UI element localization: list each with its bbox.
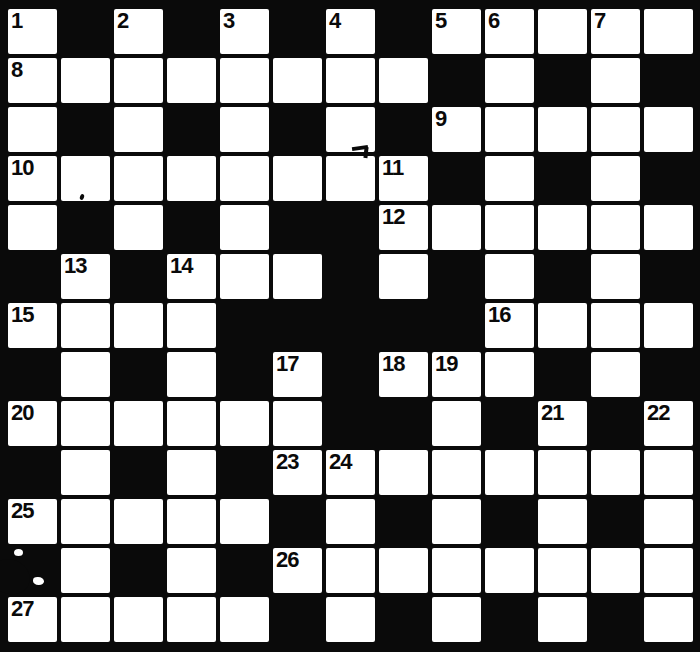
cell-r8-c1[interactable] xyxy=(61,401,110,446)
cell-r12-c11 xyxy=(591,597,640,642)
cell-r6-c9[interactable]: 16 xyxy=(485,303,534,348)
cell-r9-c1[interactable] xyxy=(61,450,110,495)
cell-r8-c5[interactable] xyxy=(273,401,322,446)
cell-r0-c6[interactable]: 4 xyxy=(326,9,375,54)
cell-r6-c4 xyxy=(220,303,269,348)
cell-r11-c12[interactable] xyxy=(644,548,693,593)
clue-number-16: 16 xyxy=(488,303,510,326)
cell-r3-c6[interactable] xyxy=(326,156,375,201)
cell-r4-c9[interactable] xyxy=(485,205,534,250)
cell-r7-c9[interactable] xyxy=(485,352,534,397)
cell-r5-c4[interactable] xyxy=(220,254,269,299)
cell-r7-c12 xyxy=(644,352,693,397)
cell-r2-c0[interactable] xyxy=(8,107,57,152)
cell-r9-c3[interactable] xyxy=(167,450,216,495)
clue-number-12: 12 xyxy=(382,205,404,228)
cell-r2-c10[interactable] xyxy=(538,107,587,152)
cell-r12-c12[interactable] xyxy=(644,597,693,642)
cell-r6-c0[interactable]: 15 xyxy=(8,303,57,348)
clue-number-7: 7 xyxy=(594,9,605,32)
cell-r12-c7 xyxy=(379,597,428,642)
cell-r9-c2 xyxy=(114,450,163,495)
cell-r2-c11[interactable] xyxy=(591,107,640,152)
cell-r1-c7[interactable] xyxy=(379,58,428,103)
cell-r8-c2[interactable] xyxy=(114,401,163,446)
cell-r10-c12[interactable] xyxy=(644,499,693,544)
clue-number-18: 18 xyxy=(382,352,404,375)
cell-r12-c6[interactable] xyxy=(326,597,375,642)
cell-r0-c12[interactable] xyxy=(644,9,693,54)
cell-r2-c12[interactable] xyxy=(644,107,693,152)
cell-r3-c12 xyxy=(644,156,693,201)
cell-r7-c7[interactable]: 18 xyxy=(379,352,428,397)
cell-r7-c10 xyxy=(538,352,587,397)
clue-number-27: 27 xyxy=(11,597,33,620)
cell-r9-c4 xyxy=(220,450,269,495)
cell-r11-c6[interactable] xyxy=(326,548,375,593)
cell-r2-c3 xyxy=(167,107,216,152)
cell-r10-c9 xyxy=(485,499,534,544)
cell-r8-c7 xyxy=(379,401,428,446)
clue-number-11: 11 xyxy=(382,156,403,179)
clue-number-22: 22 xyxy=(647,401,669,424)
cell-r9-c6[interactable]: 24 xyxy=(326,450,375,495)
cell-r0-c1 xyxy=(61,9,110,54)
cell-r8-c6 xyxy=(326,401,375,446)
cell-r8-c3[interactable] xyxy=(167,401,216,446)
cell-r7-c8[interactable]: 19 xyxy=(432,352,481,397)
cell-r10-c0[interactable]: 25 xyxy=(8,499,57,544)
clue-number-14: 14 xyxy=(170,254,192,277)
clue-number-20: 20 xyxy=(11,401,33,424)
cell-r2-c4[interactable] xyxy=(220,107,269,152)
crossword-grid: 1234567891011121314151617181920212223242… xyxy=(0,0,700,652)
cell-r5-c3[interactable]: 14 xyxy=(167,254,216,299)
cell-r0-c2[interactable]: 2 xyxy=(114,9,163,54)
cell-r9-c12[interactable] xyxy=(644,450,693,495)
cell-r11-c8[interactable] xyxy=(432,548,481,593)
clue-number-2: 2 xyxy=(117,9,128,32)
cell-r6-c10[interactable] xyxy=(538,303,587,348)
cell-r10-c4[interactable] xyxy=(220,499,269,544)
clue-number-26: 26 xyxy=(276,548,298,571)
cell-r12-c0[interactable]: 27 xyxy=(8,597,57,642)
cell-r0-c5 xyxy=(273,9,322,54)
cell-r0-c7 xyxy=(379,9,428,54)
cell-r3-c7[interactable]: 11 xyxy=(379,156,428,201)
cell-r7-c2 xyxy=(114,352,163,397)
cell-r1-c1[interactable] xyxy=(61,58,110,103)
cell-r1-c0[interactable]: 8 xyxy=(8,58,57,103)
cell-r6-c8 xyxy=(432,303,481,348)
cell-r8-c10[interactable]: 21 xyxy=(538,401,587,446)
cell-r4-c1 xyxy=(61,205,110,250)
cell-r9-c10[interactable] xyxy=(538,450,587,495)
cell-r1-c2[interactable] xyxy=(114,58,163,103)
cell-r11-c7[interactable] xyxy=(379,548,428,593)
cell-r1-c10 xyxy=(538,58,587,103)
cell-r6-c3[interactable] xyxy=(167,303,216,348)
clue-number-17: 17 xyxy=(276,352,298,375)
cell-r0-c11[interactable]: 7 xyxy=(591,9,640,54)
cell-r4-c2[interactable] xyxy=(114,205,163,250)
cell-r12-c10[interactable] xyxy=(538,597,587,642)
cell-r4-c11[interactable] xyxy=(591,205,640,250)
cell-r6-c2[interactable] xyxy=(114,303,163,348)
clue-number-21: 21 xyxy=(541,401,563,424)
cell-r9-c5[interactable]: 23 xyxy=(273,450,322,495)
cell-r7-c11[interactable] xyxy=(591,352,640,397)
cell-r5-c11[interactable] xyxy=(591,254,640,299)
cell-r5-c8 xyxy=(432,254,481,299)
cell-r8-c0[interactable]: 20 xyxy=(8,401,57,446)
cell-r5-c12 xyxy=(644,254,693,299)
cell-r11-c2 xyxy=(114,548,163,593)
cell-r7-c3[interactable] xyxy=(167,352,216,397)
cell-r4-c8[interactable] xyxy=(432,205,481,250)
cell-r3-c3[interactable] xyxy=(167,156,216,201)
cell-r3-c8 xyxy=(432,156,481,201)
cell-r4-c4[interactable] xyxy=(220,205,269,250)
cell-r6-c7 xyxy=(379,303,428,348)
cell-r3-c2[interactable] xyxy=(114,156,163,201)
cell-r11-c9[interactable] xyxy=(485,548,534,593)
cell-r9-c0 xyxy=(8,450,57,495)
cell-r10-c5 xyxy=(273,499,322,544)
cell-r2-c9[interactable] xyxy=(485,107,534,152)
cell-r10-c3[interactable] xyxy=(167,499,216,544)
cell-r11-c4 xyxy=(220,548,269,593)
cell-r8-c4[interactable] xyxy=(220,401,269,446)
cell-r10-c11 xyxy=(591,499,640,544)
cell-r11-c11[interactable] xyxy=(591,548,640,593)
cell-r11-c10[interactable] xyxy=(538,548,587,593)
cell-r9-c9[interactable] xyxy=(485,450,534,495)
cell-r0-c3 xyxy=(167,9,216,54)
cell-r2-c1 xyxy=(61,107,110,152)
cell-r0-c9[interactable]: 6 xyxy=(485,9,534,54)
cell-r2-c5 xyxy=(273,107,322,152)
cell-r12-c2[interactable] xyxy=(114,597,163,642)
cell-r12-c9 xyxy=(485,597,534,642)
cell-r7-c4 xyxy=(220,352,269,397)
cell-r3-c0[interactable]: 10 xyxy=(8,156,57,201)
clue-number-23: 23 xyxy=(276,450,298,473)
clue-number-1: 1 xyxy=(11,9,22,32)
cell-r12-c4[interactable] xyxy=(220,597,269,642)
cell-r1-c5[interactable] xyxy=(273,58,322,103)
cell-r7-c5[interactable]: 17 xyxy=(273,352,322,397)
cell-r0-c4[interactable]: 3 xyxy=(220,9,269,54)
cell-r1-c8 xyxy=(432,58,481,103)
cell-r8-c8[interactable] xyxy=(432,401,481,446)
cell-r3-c5[interactable] xyxy=(273,156,322,201)
cell-r12-c1[interactable] xyxy=(61,597,110,642)
cell-r0-c8[interactable]: 5 xyxy=(432,9,481,54)
cell-r9-c11[interactable] xyxy=(591,450,640,495)
cell-r4-c5 xyxy=(273,205,322,250)
clue-number-6: 6 xyxy=(488,9,499,32)
clue-number-9: 9 xyxy=(435,107,446,130)
cell-r4-c12[interactable] xyxy=(644,205,693,250)
cell-r4-c0[interactable] xyxy=(8,205,57,250)
cell-r10-c2[interactable] xyxy=(114,499,163,544)
clue-number-10: 10 xyxy=(11,156,33,179)
cell-r7-c1[interactable] xyxy=(61,352,110,397)
cell-r4-c3 xyxy=(167,205,216,250)
cell-r7-c6 xyxy=(326,352,375,397)
cell-r6-c1[interactable] xyxy=(61,303,110,348)
cell-r6-c5 xyxy=(273,303,322,348)
cell-r10-c7 xyxy=(379,499,428,544)
cell-r11-c3[interactable] xyxy=(167,548,216,593)
cell-r8-c11 xyxy=(591,401,640,446)
cell-r5-c2 xyxy=(114,254,163,299)
cell-r8-c9 xyxy=(485,401,534,446)
clue-number-8: 8 xyxy=(11,58,22,81)
cell-r5-c10 xyxy=(538,254,587,299)
cell-r9-c7[interactable] xyxy=(379,450,428,495)
cell-r1-c6[interactable] xyxy=(326,58,375,103)
clue-number-13: 13 xyxy=(64,254,86,277)
cell-r3-c4[interactable] xyxy=(220,156,269,201)
cell-r9-c8[interactable] xyxy=(432,450,481,495)
cell-r5-c1[interactable]: 13 xyxy=(61,254,110,299)
clue-number-15: 15 xyxy=(11,303,33,326)
cell-r3-c10 xyxy=(538,156,587,201)
cell-r5-c5[interactable] xyxy=(273,254,322,299)
cell-r10-c10[interactable] xyxy=(538,499,587,544)
cell-r4-c7[interactable]: 12 xyxy=(379,205,428,250)
cell-r1-c4[interactable] xyxy=(220,58,269,103)
clue-number-3: 3 xyxy=(223,9,234,32)
cell-r10-c6[interactable] xyxy=(326,499,375,544)
cell-r10-c1[interactable] xyxy=(61,499,110,544)
cell-r1-c11[interactable] xyxy=(591,58,640,103)
cell-r2-c6[interactable] xyxy=(326,107,375,152)
cell-r6-c12[interactable] xyxy=(644,303,693,348)
clue-number-25: 25 xyxy=(11,499,33,522)
cell-r12-c3[interactable] xyxy=(167,597,216,642)
cell-r1-c9[interactable] xyxy=(485,58,534,103)
clue-number-4: 4 xyxy=(329,9,340,32)
cell-r1-c3[interactable] xyxy=(167,58,216,103)
cell-r11-c1[interactable] xyxy=(61,548,110,593)
cell-r3-c1[interactable] xyxy=(61,156,110,201)
cell-r11-c5[interactable]: 26 xyxy=(273,548,322,593)
cell-r0-c0[interactable]: 1 xyxy=(8,9,57,54)
cell-r2-c7 xyxy=(379,107,428,152)
cell-r3-c9[interactable] xyxy=(485,156,534,201)
cell-r1-c12 xyxy=(644,58,693,103)
cell-r5-c6 xyxy=(326,254,375,299)
clue-number-24: 24 xyxy=(329,450,351,473)
cell-r10-c8[interactable] xyxy=(432,499,481,544)
cell-r6-c6 xyxy=(326,303,375,348)
cell-r6-c11[interactable] xyxy=(591,303,640,348)
crossword-scan: 1234567891011121314151617181920212223242… xyxy=(0,0,700,652)
cell-r12-c8[interactable] xyxy=(432,597,481,642)
cell-r8-c12[interactable]: 22 xyxy=(644,401,693,446)
cell-r2-c2[interactable] xyxy=(114,107,163,152)
cell-r4-c6 xyxy=(326,205,375,250)
clue-number-19: 19 xyxy=(435,352,457,375)
cell-r5-c7[interactable] xyxy=(379,254,428,299)
cell-r12-c5 xyxy=(273,597,322,642)
cell-r11-c0 xyxy=(8,548,57,593)
cell-r4-c10[interactable] xyxy=(538,205,587,250)
cell-r7-c0 xyxy=(8,352,57,397)
cell-r0-c10[interactable] xyxy=(538,9,587,54)
cell-r5-c0 xyxy=(8,254,57,299)
cell-r2-c8[interactable]: 9 xyxy=(432,107,481,152)
cell-r5-c9[interactable] xyxy=(485,254,534,299)
clue-number-5: 5 xyxy=(435,9,446,32)
cell-r3-c11[interactable] xyxy=(591,156,640,201)
